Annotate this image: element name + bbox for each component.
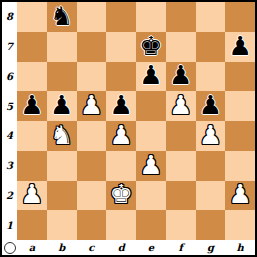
square-e1[interactable] bbox=[136, 210, 166, 240]
square-a4[interactable] bbox=[17, 121, 47, 151]
black-pawn[interactable]: ♟ bbox=[169, 62, 192, 88]
rank-label-7: 7 bbox=[2, 32, 17, 62]
square-d8[interactable] bbox=[106, 2, 136, 32]
square-a7[interactable] bbox=[17, 32, 47, 62]
square-c6[interactable] bbox=[77, 62, 107, 92]
white-king[interactable]: ♚ bbox=[109, 181, 132, 207]
rank-label-2: 2 bbox=[2, 181, 17, 211]
square-h2[interactable]: ♟ bbox=[225, 181, 255, 211]
square-g3[interactable] bbox=[196, 151, 226, 181]
square-h4[interactable] bbox=[225, 121, 255, 151]
square-e2[interactable] bbox=[136, 181, 166, 211]
square-f8[interactable] bbox=[166, 2, 196, 32]
square-g7[interactable] bbox=[196, 32, 226, 62]
square-g6[interactable] bbox=[196, 62, 226, 92]
square-d3[interactable] bbox=[106, 151, 136, 181]
black-pawn[interactable]: ♟ bbox=[139, 62, 162, 88]
file-label-f: f bbox=[166, 240, 196, 255]
square-e6[interactable]: ♟ bbox=[136, 62, 166, 92]
square-d1[interactable] bbox=[106, 210, 136, 240]
file-label-e: e bbox=[136, 240, 166, 255]
square-c5[interactable]: ♟ bbox=[77, 91, 107, 121]
side-to-move-indicator bbox=[2, 240, 17, 255]
square-g1[interactable] bbox=[196, 210, 226, 240]
square-f6[interactable]: ♟ bbox=[166, 62, 196, 92]
white-pawn[interactable]: ♟ bbox=[80, 92, 103, 118]
square-a1[interactable] bbox=[17, 210, 47, 240]
rank-label-4: 4 bbox=[2, 121, 17, 151]
white-pawn[interactable]: ♟ bbox=[169, 92, 192, 118]
square-b2[interactable] bbox=[47, 181, 77, 211]
square-h6[interactable] bbox=[225, 62, 255, 92]
square-b1[interactable] bbox=[47, 210, 77, 240]
square-c1[interactable] bbox=[77, 210, 107, 240]
square-b6[interactable] bbox=[47, 62, 77, 92]
square-c7[interactable] bbox=[77, 32, 107, 62]
black-pawn[interactable]: ♟ bbox=[199, 92, 222, 118]
white-pawn[interactable]: ♟ bbox=[109, 122, 132, 148]
square-g2[interactable] bbox=[196, 181, 226, 211]
square-d6[interactable] bbox=[106, 62, 136, 92]
chess-diagram: 8♞7♚♟6♟♟5♟♟♟♟♟♟4♞♟♟3♟2♟♚♟1abcdefgh bbox=[0, 0, 257, 257]
square-b5[interactable]: ♟ bbox=[47, 91, 77, 121]
square-e3[interactable]: ♟ bbox=[136, 151, 166, 181]
white-pawn[interactable]: ♟ bbox=[228, 181, 251, 207]
rank-label-8: 8 bbox=[2, 2, 17, 32]
white-pawn[interactable]: ♟ bbox=[20, 181, 43, 207]
file-label-c: c bbox=[77, 240, 107, 255]
white-knight[interactable]: ♞ bbox=[50, 122, 73, 148]
black-pawn[interactable]: ♟ bbox=[50, 92, 73, 118]
file-label-a: a bbox=[17, 240, 47, 255]
square-b7[interactable] bbox=[47, 32, 77, 62]
file-label-g: g bbox=[196, 240, 226, 255]
square-c3[interactable] bbox=[77, 151, 107, 181]
square-c4[interactable] bbox=[77, 121, 107, 151]
square-g4[interactable]: ♟ bbox=[196, 121, 226, 151]
square-b8[interactable]: ♞ bbox=[47, 2, 77, 32]
square-d2[interactable]: ♚ bbox=[106, 181, 136, 211]
square-h7[interactable]: ♟ bbox=[225, 32, 255, 62]
rank-label-5: 5 bbox=[2, 91, 17, 121]
square-f7[interactable] bbox=[166, 32, 196, 62]
square-f2[interactable] bbox=[166, 181, 196, 211]
rank-label-6: 6 bbox=[2, 62, 17, 92]
rank-label-3: 3 bbox=[2, 151, 17, 181]
side-to-move-circle-white bbox=[4, 242, 16, 254]
square-f1[interactable] bbox=[166, 210, 196, 240]
square-e5[interactable] bbox=[136, 91, 166, 121]
file-label-d: d bbox=[106, 240, 136, 255]
square-c2[interactable] bbox=[77, 181, 107, 211]
square-h3[interactable] bbox=[225, 151, 255, 181]
square-d7[interactable] bbox=[106, 32, 136, 62]
square-a6[interactable] bbox=[17, 62, 47, 92]
square-h1[interactable] bbox=[225, 210, 255, 240]
black-pawn[interactable]: ♟ bbox=[109, 92, 132, 118]
square-c8[interactable] bbox=[77, 2, 107, 32]
black-king[interactable]: ♚ bbox=[139, 33, 162, 59]
black-knight[interactable]: ♞ bbox=[50, 3, 73, 29]
square-b3[interactable] bbox=[47, 151, 77, 181]
square-d5[interactable]: ♟ bbox=[106, 91, 136, 121]
square-f4[interactable] bbox=[166, 121, 196, 151]
square-h8[interactable] bbox=[225, 2, 255, 32]
square-b4[interactable]: ♞ bbox=[47, 121, 77, 151]
square-f3[interactable] bbox=[166, 151, 196, 181]
square-a3[interactable] bbox=[17, 151, 47, 181]
white-pawn[interactable]: ♟ bbox=[199, 122, 222, 148]
square-d4[interactable]: ♟ bbox=[106, 121, 136, 151]
square-a5[interactable]: ♟ bbox=[17, 91, 47, 121]
file-label-b: b bbox=[47, 240, 77, 255]
square-e8[interactable] bbox=[136, 2, 166, 32]
square-a8[interactable] bbox=[17, 2, 47, 32]
square-f5[interactable]: ♟ bbox=[166, 91, 196, 121]
square-g5[interactable]: ♟ bbox=[196, 91, 226, 121]
rank-label-1: 1 bbox=[2, 210, 17, 240]
square-e7[interactable]: ♚ bbox=[136, 32, 166, 62]
white-pawn[interactable]: ♟ bbox=[139, 152, 162, 178]
square-h5[interactable] bbox=[225, 91, 255, 121]
black-pawn[interactable]: ♟ bbox=[20, 92, 43, 118]
black-pawn[interactable]: ♟ bbox=[228, 33, 251, 59]
square-e4[interactable] bbox=[136, 121, 166, 151]
square-a2[interactable]: ♟ bbox=[17, 181, 47, 211]
file-label-h: h bbox=[225, 240, 255, 255]
square-g8[interactable] bbox=[196, 2, 226, 32]
